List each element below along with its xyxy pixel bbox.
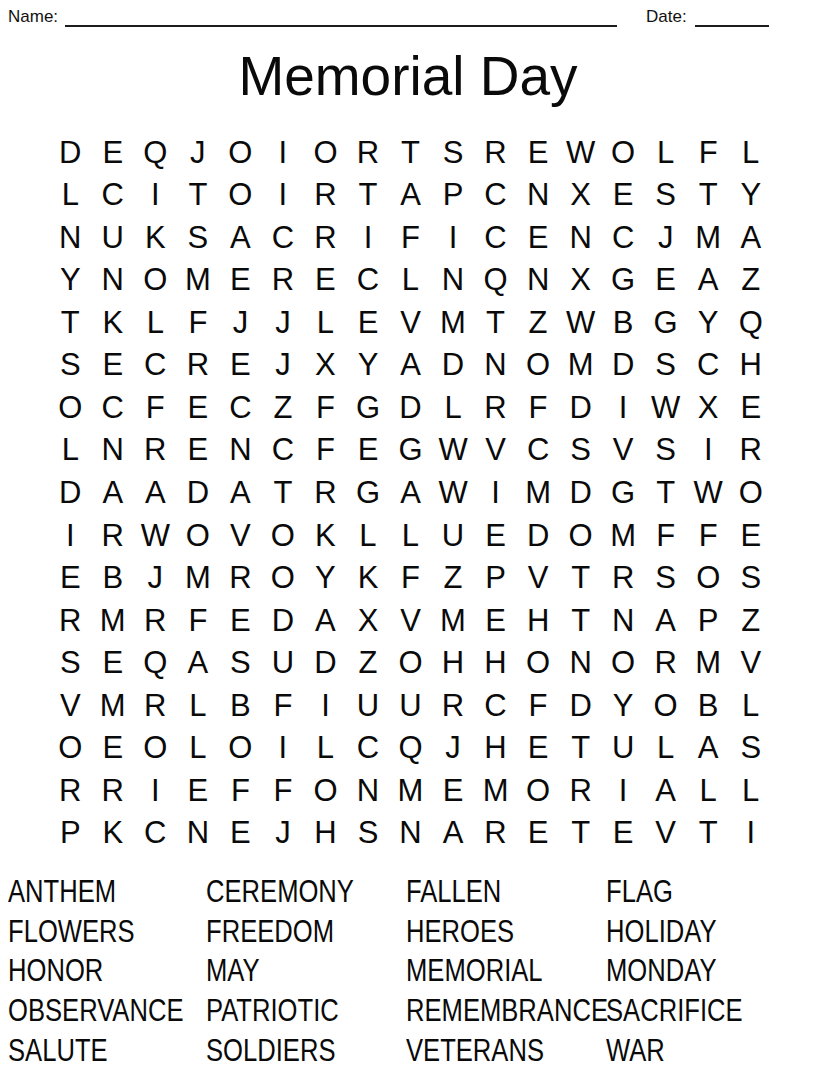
grid-cell-r3c13: N xyxy=(559,216,602,259)
grid-cell-r6c6: J xyxy=(262,344,305,387)
grid-cell-r5c12: Z xyxy=(517,301,560,344)
grid-cell-r4c8: C xyxy=(347,259,390,302)
grid-cell-r1c14: O xyxy=(602,131,645,174)
grid-cell-r11c5: R xyxy=(219,556,262,599)
grid-cell-r2c16: T xyxy=(687,174,730,217)
grid-cell-r7c7: F xyxy=(304,386,347,429)
grid-cell-r12c11: E xyxy=(474,599,517,642)
grid-cell-r5c13: W xyxy=(559,301,602,344)
grid-cell-r14c7: I xyxy=(304,684,347,727)
grid-cell-r14c4: L xyxy=(177,684,220,727)
grid-cell-r1c6: I xyxy=(262,131,305,174)
grid-cell-r14c2: M xyxy=(92,684,135,727)
grid-cell-r1c15: L xyxy=(644,131,687,174)
grid-cell-r14c8: U xyxy=(347,684,390,727)
grid-cell-r13c4: A xyxy=(177,641,220,684)
grid-cell-r16c7: O xyxy=(304,769,347,812)
grid-cell-r14c16: B xyxy=(687,684,730,727)
grid-cell-r2c3: I xyxy=(134,174,177,217)
grid-cell-r10c3: W xyxy=(134,514,177,557)
grid-cell-r2c7: R xyxy=(304,174,347,217)
name-blank-line xyxy=(65,23,617,27)
grid-cell-r4c3: O xyxy=(134,259,177,302)
grid-cell-r4c4: M xyxy=(177,259,220,302)
grid-cell-r9c2: A xyxy=(92,471,135,514)
grid-cell-r11c16: O xyxy=(687,556,730,599)
grid-cell-r7c15: W xyxy=(644,386,687,429)
grid-cell-r13c3: Q xyxy=(134,641,177,684)
grid-cell-r16c14: I xyxy=(602,769,645,812)
grid-cell-r6c9: A xyxy=(389,344,432,387)
grid-cell-r8c15: S xyxy=(644,429,687,472)
grid-cell-r6c1: S xyxy=(49,344,92,387)
word-list-item: MAY xyxy=(206,954,406,986)
grid-cell-r15c4: L xyxy=(177,726,220,769)
grid-cell-r9c6: T xyxy=(262,471,305,514)
grid-cell-r7c16: X xyxy=(687,386,730,429)
grid-cell-r9c14: G xyxy=(602,471,645,514)
grid-cell-r7c1: O xyxy=(49,386,92,429)
grid-cell-r16c13: R xyxy=(559,769,602,812)
grid-cell-r11c12: V xyxy=(517,556,560,599)
grid-cell-r11c6: O xyxy=(262,556,305,599)
worksheet-page: { "header": { "name_label": "Name:", "da… xyxy=(0,0,816,1083)
grid-cell-r15c7: L xyxy=(304,726,347,769)
grid-cell-r11c15: S xyxy=(644,556,687,599)
grid-cell-r8c10: W xyxy=(432,429,475,472)
grid-cell-r17c15: V xyxy=(644,811,687,854)
grid-cell-r3c1: N xyxy=(49,216,92,259)
grid-cell-r5c15: G xyxy=(644,301,687,344)
grid-cell-r15c8: C xyxy=(347,726,390,769)
grid-cell-r5c10: M xyxy=(432,301,475,344)
grid-cell-r14c6: F xyxy=(262,684,305,727)
grid-cell-r10c4: O xyxy=(177,514,220,557)
grid-cell-r8c3: R xyxy=(134,429,177,472)
grid-cell-r17c17: I xyxy=(729,811,772,854)
grid-cell-r2c1: L xyxy=(49,174,92,217)
grid-cell-r5c9: V xyxy=(389,301,432,344)
grid-cell-r6c13: M xyxy=(559,344,602,387)
grid-cell-r12c1: R xyxy=(49,599,92,642)
grid-cell-r14c5: B xyxy=(219,684,262,727)
grid-cell-r10c7: K xyxy=(304,514,347,557)
grid-cell-r3c14: C xyxy=(602,216,645,259)
grid-cell-r13c7: D xyxy=(304,641,347,684)
word-list-item: PATRIOTIC xyxy=(206,994,406,1026)
grid-cell-r16c3: I xyxy=(134,769,177,812)
grid-cell-r12c16: P xyxy=(687,599,730,642)
grid-cell-r1c8: R xyxy=(347,131,390,174)
word-list-item: REMEMBRANCE xyxy=(406,994,606,1026)
grid-cell-r12c12: H xyxy=(517,599,560,642)
grid-cell-r3c2: U xyxy=(92,216,135,259)
grid-cell-r2c12: N xyxy=(517,174,560,217)
grid-cell-r13c10: H xyxy=(432,641,475,684)
grid-cell-r15c11: H xyxy=(474,726,517,769)
grid-cell-r15c13: T xyxy=(559,726,602,769)
page-title: Memorial Day xyxy=(0,44,816,108)
grid-cell-r5c5: J xyxy=(219,301,262,344)
grid-cell-r17c6: J xyxy=(262,811,305,854)
grid-cell-r15c2: E xyxy=(92,726,135,769)
grid-cell-r17c12: E xyxy=(517,811,560,854)
word-list-item: SALUTE xyxy=(8,1034,206,1066)
grid-cell-r4c13: X xyxy=(559,259,602,302)
grid-cell-r10c6: O xyxy=(262,514,305,557)
grid-cell-r1c1: D xyxy=(49,131,92,174)
grid-cell-r5c8: E xyxy=(347,301,390,344)
word-list-item: MONDAY xyxy=(606,954,810,986)
grid-cell-r10c13: O xyxy=(559,514,602,557)
grid-cell-r15c6: I xyxy=(262,726,305,769)
grid-cell-r3c10: I xyxy=(432,216,475,259)
grid-cell-r8c9: G xyxy=(389,429,432,472)
grid-cell-r9c16: W xyxy=(687,471,730,514)
grid-cell-r16c2: R xyxy=(92,769,135,812)
grid-cell-r6c12: O xyxy=(517,344,560,387)
grid-cell-r10c16: F xyxy=(687,514,730,557)
word-list: ANTHEMCEREMONYFALLENFLAGFLOWERSFREEDOMHE… xyxy=(8,871,810,1070)
grid-cell-r16c1: R xyxy=(49,769,92,812)
grid-cell-r12c5: E xyxy=(219,599,262,642)
word-list-item: SACRIFICE xyxy=(606,994,810,1026)
word-list-item: VETERANS xyxy=(406,1034,606,1066)
grid-cell-r5c1: T xyxy=(49,301,92,344)
grid-cell-r17c3: C xyxy=(134,811,177,854)
word-list-item: HONOR xyxy=(8,954,206,986)
grid-cell-r13c12: O xyxy=(517,641,560,684)
grid-cell-r10c2: R xyxy=(92,514,135,557)
grid-cell-r9c9: A xyxy=(389,471,432,514)
grid-cell-r4c7: E xyxy=(304,259,347,302)
grid-cell-r13c11: H xyxy=(474,641,517,684)
grid-cell-r17c16: T xyxy=(687,811,730,854)
grid-cell-r17c10: A xyxy=(432,811,475,854)
grid-cell-r3c11: C xyxy=(474,216,517,259)
word-list-item: SOLDIERS xyxy=(206,1034,406,1066)
grid-cell-r1c16: F xyxy=(687,131,730,174)
grid-cell-r12c17: Z xyxy=(729,599,772,642)
grid-cell-r12c2: M xyxy=(92,599,135,642)
word-list-item: HEROES xyxy=(406,915,606,947)
grid-cell-r17c2: K xyxy=(92,811,135,854)
grid-cell-r15c10: J xyxy=(432,726,475,769)
grid-cell-r2c8: T xyxy=(347,174,390,217)
grid-cell-r14c1: V xyxy=(49,684,92,727)
grid-cell-r7c6: Z xyxy=(262,386,305,429)
grid-cell-r10c10: U xyxy=(432,514,475,557)
grid-cell-r1c3: Q xyxy=(134,131,177,174)
grid-cell-r5c2: K xyxy=(92,301,135,344)
word-list-item: FLOWERS xyxy=(8,915,206,947)
grid-cell-r3c8: I xyxy=(347,216,390,259)
grid-cell-r16c9: M xyxy=(389,769,432,812)
grid-cell-r7c3: F xyxy=(134,386,177,429)
grid-cell-r17c8: S xyxy=(347,811,390,854)
word-list-item: OBSERVANCE xyxy=(8,994,206,1026)
grid-cell-r16c4: E xyxy=(177,769,220,812)
grid-cell-r2c14: E xyxy=(602,174,645,217)
grid-cell-r11c9: F xyxy=(389,556,432,599)
grid-cell-r4c14: G xyxy=(602,259,645,302)
grid-cell-r14c9: U xyxy=(389,684,432,727)
grid-cell-r1c5: O xyxy=(219,131,262,174)
grid-cell-r8c6: C xyxy=(262,429,305,472)
grid-cell-r8c17: R xyxy=(729,429,772,472)
grid-cell-r15c3: O xyxy=(134,726,177,769)
grid-cell-r3c6: C xyxy=(262,216,305,259)
grid-cell-r3c3: K xyxy=(134,216,177,259)
grid-cell-r12c10: M xyxy=(432,599,475,642)
grid-cell-r9c10: W xyxy=(432,471,475,514)
grid-cell-r6c14: D xyxy=(602,344,645,387)
grid-cell-r10c17: E xyxy=(729,514,772,557)
grid-cell-r9c12: M xyxy=(517,471,560,514)
grid-cell-r5c4: F xyxy=(177,301,220,344)
grid-cell-r16c10: E xyxy=(432,769,475,812)
grid-cell-r11c3: J xyxy=(134,556,177,599)
grid-cell-r9c5: A xyxy=(219,471,262,514)
grid-cell-r3c12: E xyxy=(517,216,560,259)
grid-cell-r16c8: N xyxy=(347,769,390,812)
grid-cell-r11c1: E xyxy=(49,556,92,599)
grid-cell-r9c13: D xyxy=(559,471,602,514)
grid-cell-r13c13: N xyxy=(559,641,602,684)
grid-cell-r5c17: Q xyxy=(729,301,772,344)
grid-cell-r10c14: M xyxy=(602,514,645,557)
grid-cell-r13c1: S xyxy=(49,641,92,684)
grid-cell-r13c15: R xyxy=(644,641,687,684)
grid-cell-r8c12: C xyxy=(517,429,560,472)
date-label: Date: xyxy=(646,7,687,27)
grid-cell-r12c4: F xyxy=(177,599,220,642)
grid-cell-r11c7: Y xyxy=(304,556,347,599)
grid-cell-r11c10: Z xyxy=(432,556,475,599)
grid-cell-r15c14: U xyxy=(602,726,645,769)
grid-cell-r17c13: T xyxy=(559,811,602,854)
grid-cell-r6c17: H xyxy=(729,344,772,387)
grid-cell-r9c11: I xyxy=(474,471,517,514)
grid-cell-r15c16: A xyxy=(687,726,730,769)
grid-cell-r17c4: N xyxy=(177,811,220,854)
grid-cell-r3c4: S xyxy=(177,216,220,259)
grid-cell-r17c7: H xyxy=(304,811,347,854)
grid-cell-r8c8: E xyxy=(347,429,390,472)
grid-cell-r4c11: Q xyxy=(474,259,517,302)
word-list-item: HOLIDAY xyxy=(606,915,810,947)
grid-cell-r2c2: C xyxy=(92,174,135,217)
grid-cell-r5c7: L xyxy=(304,301,347,344)
grid-cell-r14c11: C xyxy=(474,684,517,727)
grid-cell-r8c5: N xyxy=(219,429,262,472)
grid-cell-r2c5: O xyxy=(219,174,262,217)
grid-cell-r5c3: L xyxy=(134,301,177,344)
grid-cell-r4c5: E xyxy=(219,259,262,302)
grid-cell-r1c13: W xyxy=(559,131,602,174)
grid-cell-r13c17: V xyxy=(729,641,772,684)
grid-cell-r15c1: O xyxy=(49,726,92,769)
grid-cell-r16c15: A xyxy=(644,769,687,812)
grid-cell-r11c13: T xyxy=(559,556,602,599)
grid-cell-r5c14: B xyxy=(602,301,645,344)
grid-cell-r5c6: J xyxy=(262,301,305,344)
grid-cell-r2c9: A xyxy=(389,174,432,217)
grid-cell-r9c7: R xyxy=(304,471,347,514)
grid-cell-r7c4: E xyxy=(177,386,220,429)
grid-cell-r9c4: D xyxy=(177,471,220,514)
grid-cell-r2c10: P xyxy=(432,174,475,217)
grid-cell-r1c2: E xyxy=(92,131,135,174)
grid-cell-r4c10: N xyxy=(432,259,475,302)
grid-cell-r16c16: L xyxy=(687,769,730,812)
grid-cell-r17c1: P xyxy=(49,811,92,854)
grid-cell-r3c17: A xyxy=(729,216,772,259)
grid-cell-r7c10: L xyxy=(432,386,475,429)
grid-cell-r12c8: X xyxy=(347,599,390,642)
grid-cell-r8c13: S xyxy=(559,429,602,472)
grid-cell-r6c16: C xyxy=(687,344,730,387)
grid-cell-r3c9: F xyxy=(389,216,432,259)
grid-cell-r10c11: E xyxy=(474,514,517,557)
grid-cell-r7c11: R xyxy=(474,386,517,429)
word-list-item: FALLEN xyxy=(406,875,606,907)
grid-cell-r13c5: S xyxy=(219,641,262,684)
word-list-item: FLAG xyxy=(606,875,810,907)
grid-cell-r13c8: Z xyxy=(347,641,390,684)
grid-cell-r11c8: K xyxy=(347,556,390,599)
grid-cell-r15c12: E xyxy=(517,726,560,769)
grid-cell-r14c10: R xyxy=(432,684,475,727)
grid-cell-r3c15: J xyxy=(644,216,687,259)
grid-cell-r10c12: D xyxy=(517,514,560,557)
grid-cell-r17c14: E xyxy=(602,811,645,854)
grid-cell-r6c10: D xyxy=(432,344,475,387)
grid-cell-r16c5: F xyxy=(219,769,262,812)
grid-cell-r12c15: A xyxy=(644,599,687,642)
grid-cell-r10c5: V xyxy=(219,514,262,557)
grid-cell-r9c8: G xyxy=(347,471,390,514)
grid-cell-r8c4: E xyxy=(177,429,220,472)
grid-cell-r12c6: D xyxy=(262,599,305,642)
grid-cell-r13c2: E xyxy=(92,641,135,684)
grid-cell-r10c1: I xyxy=(49,514,92,557)
grid-cell-r8c14: V xyxy=(602,429,645,472)
grid-cell-r12c9: V xyxy=(389,599,432,642)
grid-cell-r15c9: Q xyxy=(389,726,432,769)
grid-cell-r16c17: L xyxy=(729,769,772,812)
grid-cell-r7c12: F xyxy=(517,386,560,429)
grid-cell-r15c15: L xyxy=(644,726,687,769)
grid-cell-r7c14: I xyxy=(602,386,645,429)
grid-cell-r16c11: M xyxy=(474,769,517,812)
grid-cell-r7c5: C xyxy=(219,386,262,429)
grid-cell-r8c16: I xyxy=(687,429,730,472)
grid-cell-r1c4: J xyxy=(177,131,220,174)
word-list-item: FREEDOM xyxy=(206,915,406,947)
grid-cell-r10c8: L xyxy=(347,514,390,557)
grid-cell-r4c12: N xyxy=(517,259,560,302)
grid-cell-r3c7: R xyxy=(304,216,347,259)
grid-cell-r17c5: E xyxy=(219,811,262,854)
grid-cell-r1c9: T xyxy=(389,131,432,174)
grid-cell-r1c12: E xyxy=(517,131,560,174)
grid-cell-r7c17: E xyxy=(729,386,772,429)
grid-cell-r14c17: L xyxy=(729,684,772,727)
grid-cell-r12c7: A xyxy=(304,599,347,642)
grid-cell-r14c3: R xyxy=(134,684,177,727)
word-list-item: WAR xyxy=(606,1034,810,1066)
grid-cell-r9c1: D xyxy=(49,471,92,514)
grid-cell-r4c17: Z xyxy=(729,259,772,302)
grid-cell-r6c8: Y xyxy=(347,344,390,387)
grid-cell-r5c16: Y xyxy=(687,301,730,344)
grid-cell-r3c5: A xyxy=(219,216,262,259)
grid-cell-r9c15: T xyxy=(644,471,687,514)
grid-cell-r2c6: I xyxy=(262,174,305,217)
name-label: Name: xyxy=(8,7,58,27)
grid-cell-r1c11: R xyxy=(474,131,517,174)
grid-cell-r4c16: A xyxy=(687,259,730,302)
grid-cell-r12c14: N xyxy=(602,599,645,642)
word-search-grid: DEQJOIORTSREWOLFLLCITOIRTAPCNXESTYNUKSAC… xyxy=(49,131,772,854)
grid-cell-r6c3: C xyxy=(134,344,177,387)
grid-cell-r1c17: L xyxy=(729,131,772,174)
grid-cell-r1c10: S xyxy=(432,131,475,174)
grid-cell-r7c13: D xyxy=(559,386,602,429)
grid-cell-r15c17: S xyxy=(729,726,772,769)
grid-cell-r3c16: M xyxy=(687,216,730,259)
grid-cell-r4c9: L xyxy=(389,259,432,302)
grid-cell-r13c6: U xyxy=(262,641,305,684)
grid-cell-r10c15: F xyxy=(644,514,687,557)
grid-cell-r6c2: E xyxy=(92,344,135,387)
word-list-item: MEMORIAL xyxy=(406,954,606,986)
grid-cell-r14c15: O xyxy=(644,684,687,727)
grid-cell-r4c15: E xyxy=(644,259,687,302)
grid-cell-r4c1: Y xyxy=(49,259,92,302)
grid-cell-r6c5: E xyxy=(219,344,262,387)
grid-cell-r2c15: S xyxy=(644,174,687,217)
grid-cell-r11c4: M xyxy=(177,556,220,599)
grid-cell-r11c2: B xyxy=(92,556,135,599)
grid-cell-r11c14: R xyxy=(602,556,645,599)
grid-cell-r2c4: T xyxy=(177,174,220,217)
grid-cell-r4c2: N xyxy=(92,259,135,302)
grid-cell-r7c9: D xyxy=(389,386,432,429)
grid-cell-r8c7: F xyxy=(304,429,347,472)
grid-cell-r13c14: O xyxy=(602,641,645,684)
grid-cell-r13c9: O xyxy=(389,641,432,684)
grid-cell-r11c17: S xyxy=(729,556,772,599)
grid-cell-r17c9: N xyxy=(389,811,432,854)
grid-cell-r13c16: M xyxy=(687,641,730,684)
word-list-item: CEREMONY xyxy=(206,875,406,907)
grid-cell-r17c11: R xyxy=(474,811,517,854)
grid-cell-r1c7: O xyxy=(304,131,347,174)
grid-cell-r9c3: A xyxy=(134,471,177,514)
grid-cell-r14c14: Y xyxy=(602,684,645,727)
grid-cell-r14c13: D xyxy=(559,684,602,727)
grid-cell-r6c4: R xyxy=(177,344,220,387)
grid-cell-r16c12: O xyxy=(517,769,560,812)
grid-cell-r6c15: S xyxy=(644,344,687,387)
grid-cell-r7c8: G xyxy=(347,386,390,429)
grid-cell-r4c6: R xyxy=(262,259,305,302)
word-list-item: ANTHEM xyxy=(8,875,206,907)
grid-cell-r6c11: N xyxy=(474,344,517,387)
grid-cell-r12c3: R xyxy=(134,599,177,642)
